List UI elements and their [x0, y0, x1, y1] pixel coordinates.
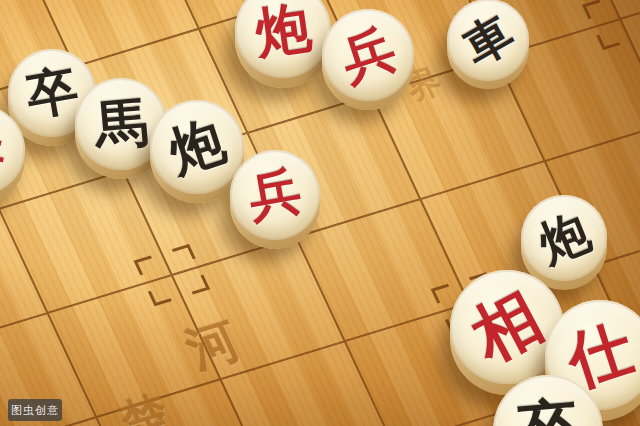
piece-character: 卒 — [22, 63, 81, 122]
point-marker-corner — [635, 19, 640, 39]
piece-character: 炮 — [532, 206, 596, 270]
piece-face: 炮 — [521, 195, 607, 281]
piece-black-chariot[interactable]: 車 — [447, 0, 529, 81]
piece-character: 兵 — [335, 22, 402, 89]
watermark-badge: 图虫创意 — [8, 399, 62, 421]
piece-face: 車 — [447, 0, 529, 81]
watermark-text: 图虫创意 — [11, 403, 59, 418]
piece-red-soldier-partial-left-edge[interactable]: 兵 — [0, 105, 25, 195]
piece-character: 兵 — [245, 165, 305, 225]
piece-character: 車 — [456, 8, 520, 72]
piece-red-cannon[interactable]: 炮 — [235, 0, 331, 78]
piece-face: 卒 — [493, 375, 603, 426]
piece-character: 卒 — [514, 396, 582, 426]
piece-face: 兵 — [230, 150, 320, 240]
piece-red-soldier[interactable]: 兵 — [230, 150, 320, 240]
piece-character: 相 — [462, 282, 551, 371]
piece-face: 兵 — [322, 9, 414, 101]
point-marker-corner — [620, 0, 640, 8]
piece-character: 炮 — [252, 0, 314, 61]
piece-red-soldier[interactable]: 兵 — [322, 9, 414, 101]
piece-character: 馬 — [92, 95, 149, 152]
photo-canvas: 界河楚 炮車兵卒馬炮兵炮相仕卒兵 图虫创意 — [0, 0, 640, 426]
piece-character: 兵 — [0, 120, 10, 180]
piece-black-soldier-partial[interactable]: 卒 — [493, 375, 603, 426]
piece-character: 炮 — [163, 113, 231, 181]
piece-black-cannon[interactable]: 炮 — [521, 195, 607, 281]
